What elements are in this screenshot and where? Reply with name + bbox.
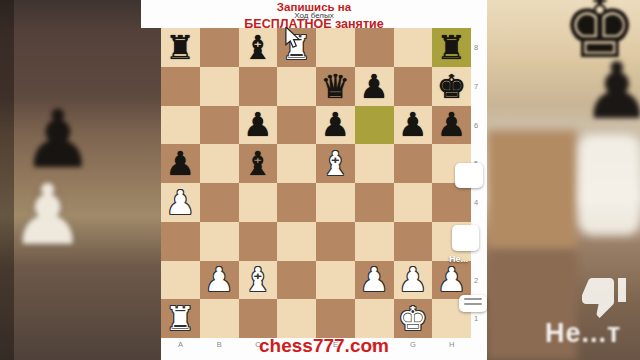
square-h7[interactable]: ♚ [432, 67, 471, 106]
blurred-caption-text: Не...т [545, 318, 621, 349]
square-f7[interactable]: ♟ [355, 67, 394, 106]
rank-label-8: 8 [474, 43, 478, 52]
square-e3[interactable] [316, 222, 355, 261]
piece-white-bishop[interactable]: ♝ [321, 147, 351, 180]
square-e5[interactable]: ♝ [316, 144, 355, 183]
piece-white-pawn[interactable]: ♟ [398, 263, 428, 296]
square-b7[interactable] [200, 67, 239, 106]
square-g4[interactable] [394, 183, 433, 222]
square-e7[interactable]: ♛ [316, 67, 355, 106]
rank-label-4: 4 [474, 198, 478, 207]
piece-white-pawn[interactable]: ♟ [359, 263, 389, 296]
square-d2[interactable] [277, 261, 316, 300]
video-frame: ♟ ♟ ♚ ♟ Не...т Запишись на Ход белых БЕС… [0, 0, 640, 360]
piece-black-king[interactable]: ♚ [437, 70, 467, 103]
background-blur-left: ♟ ♟ [0, 0, 161, 360]
square-g6[interactable]: ♟ [394, 106, 433, 145]
square-c1[interactable] [239, 299, 278, 338]
square-f6[interactable] [355, 106, 394, 145]
left-edge-shade [0, 0, 14, 360]
thumb-down-icon[interactable] [580, 272, 628, 320]
piece-white-rook[interactable]: ♜ [166, 302, 196, 335]
square-c7[interactable] [239, 67, 278, 106]
square-g7[interactable] [394, 67, 433, 106]
square-a4[interactable]: ♟ [161, 183, 200, 222]
blurred-white-area [579, 135, 640, 235]
background-blur-right: ♚ ♟ Не...т [487, 0, 640, 360]
blurred-white-pawn-icon: ♟ [10, 173, 85, 257]
square-d3[interactable] [277, 222, 316, 261]
piece-black-pawn[interactable]: ♟ [243, 108, 273, 141]
square-h2[interactable]: ♟ [432, 261, 471, 300]
rank-label-1: 1 [474, 314, 478, 323]
piece-white-bishop[interactable]: ♝ [243, 263, 273, 296]
square-b8[interactable] [200, 28, 239, 67]
square-c2[interactable]: ♝ [239, 261, 278, 300]
chess-board: ♜♝♜♜♛♟♚♟♟♟♟♟♝♝♟♟♝♟♟♟♜♚ [161, 28, 471, 338]
piece-black-pawn[interactable]: ♟ [166, 147, 196, 180]
square-c5[interactable]: ♝ [239, 144, 278, 183]
piece-black-rook[interactable]: ♜ [166, 31, 196, 64]
square-h8[interactable]: ♜ [432, 28, 471, 67]
square-d4[interactable] [277, 183, 316, 222]
square-g3[interactable] [394, 222, 433, 261]
ui-chip-top[interactable] [455, 163, 483, 188]
square-f2[interactable]: ♟ [355, 261, 394, 300]
square-a5[interactable]: ♟ [161, 144, 200, 183]
square-b5[interactable] [200, 144, 239, 183]
square-e6[interactable]: ♟ [316, 106, 355, 145]
square-a2[interactable] [161, 261, 200, 300]
menu-chip[interactable] [459, 295, 487, 312]
square-c4[interactable] [239, 183, 278, 222]
square-b2[interactable]: ♟ [200, 261, 239, 300]
square-e8[interactable] [316, 28, 355, 67]
square-c6[interactable]: ♟ [239, 106, 278, 145]
square-d1[interactable] [277, 299, 316, 338]
content-panel: Запишись на Ход белых БЕСПЛАТНОЕ занятие… [161, 0, 487, 360]
square-g8[interactable] [394, 28, 433, 67]
square-a3[interactable] [161, 222, 200, 261]
square-g5[interactable] [394, 144, 433, 183]
piece-black-rook[interactable]: ♜ [437, 31, 467, 64]
piece-black-pawn[interactable]: ♟ [321, 108, 351, 141]
site-url: chess777.com [161, 335, 487, 357]
piece-white-pawn[interactable]: ♟ [166, 186, 196, 219]
square-e1[interactable] [316, 299, 355, 338]
square-e2[interactable] [316, 261, 355, 300]
square-b1[interactable] [200, 299, 239, 338]
square-e4[interactable] [316, 183, 355, 222]
square-a6[interactable] [161, 106, 200, 145]
rank-label-6: 6 [474, 121, 478, 130]
piece-black-pawn[interactable]: ♟ [437, 108, 467, 141]
square-a8[interactable]: ♜ [161, 28, 200, 67]
rank-label-2: 2 [474, 276, 478, 285]
side-to-move-label: Ход белых [141, 11, 487, 20]
square-b3[interactable] [200, 222, 239, 261]
square-f8[interactable] [355, 28, 394, 67]
square-a1[interactable]: ♜ [161, 299, 200, 338]
square-c8[interactable]: ♝ [239, 28, 278, 67]
caption-text: Не... [449, 254, 468, 264]
blurred-black-pawn-icon: ♟ [582, 52, 640, 130]
piece-black-queen[interactable]: ♛ [321, 70, 351, 103]
ui-chip-middle[interactable] [452, 225, 479, 251]
square-b4[interactable] [200, 183, 239, 222]
piece-white-king[interactable]: ♚ [398, 302, 428, 335]
piece-white-pawn[interactable]: ♟ [437, 263, 467, 296]
square-h4[interactable] [432, 183, 471, 222]
piece-black-bishop[interactable]: ♝ [243, 147, 273, 180]
square-g1[interactable]: ♚ [394, 299, 433, 338]
square-f3[interactable] [355, 222, 394, 261]
rank-label-7: 7 [474, 82, 478, 91]
square-h6[interactable]: ♟ [432, 106, 471, 145]
square-d7[interactable] [277, 67, 316, 106]
square-b6[interactable] [200, 106, 239, 145]
square-g2[interactable]: ♟ [394, 261, 433, 300]
menu-line-icon [464, 298, 482, 300]
square-c3[interactable] [239, 222, 278, 261]
menu-line-icon [464, 303, 482, 305]
piece-black-bishop[interactable]: ♝ [243, 31, 273, 64]
square-d5[interactable] [277, 144, 316, 183]
square-f4[interactable] [355, 183, 394, 222]
square-f1[interactable] [355, 299, 394, 338]
mouse-cursor [284, 27, 300, 49]
square-d6[interactable] [277, 106, 316, 145]
square-a7[interactable] [161, 67, 200, 106]
piece-black-pawn[interactable]: ♟ [398, 108, 428, 141]
piece-black-pawn[interactable]: ♟ [359, 70, 389, 103]
square-f5[interactable] [355, 144, 394, 183]
blurred-board-square [487, 130, 577, 250]
piece-white-pawn[interactable]: ♟ [204, 263, 234, 296]
